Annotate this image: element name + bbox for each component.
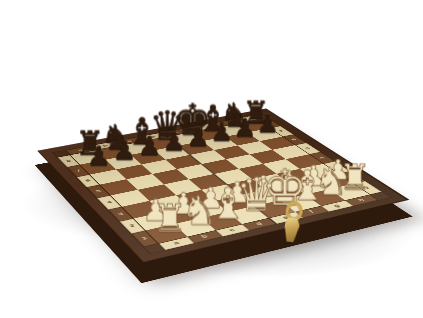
black-bishop-c8: ♝	[126, 113, 153, 150]
white-queen-d1: ♛	[236, 173, 266, 219]
white-pawn-g2: ♟	[299, 162, 328, 190]
white-pawn-c2: ♟	[196, 183, 226, 212]
white-pawn-a2: ♟	[141, 195, 172, 225]
black-bishop-f8: ♝	[197, 101, 223, 137]
white-knight-b1: ♞	[182, 191, 213, 231]
black-knight-g8: ♞	[220, 99, 246, 132]
white-pawn-e2: ♟	[249, 172, 278, 200]
white-pawn-f2: ♟	[274, 167, 303, 195]
white-pawn-b2: ♟	[169, 189, 199, 218]
white-knight-g1: ♞	[314, 163, 343, 201]
white-rook-a1: ♜	[153, 199, 185, 237]
white-bishop-c1: ♝	[209, 182, 240, 225]
black-queen-d8: ♛	[150, 106, 176, 145]
white-pawn-d2: ♟	[223, 178, 253, 207]
latch-plate	[282, 217, 300, 243]
product-photo: abcdefgh abcdefgh 87654321 87654321 ♜♞♝♛…	[0, 0, 423, 318]
black-knight-b8: ♞	[101, 120, 128, 154]
black-king-e8: ♚	[174, 99, 200, 142]
